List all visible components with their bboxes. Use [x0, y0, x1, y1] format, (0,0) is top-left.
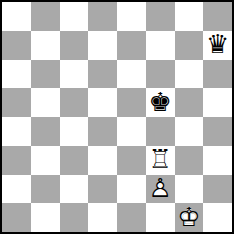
piece-white-king: ♚♔: [175, 203, 204, 232]
square-f4[interactable]: [146, 117, 175, 146]
piece-black-king: ♚: [146, 88, 175, 117]
square-f7[interactable]: [146, 31, 175, 60]
piece-white-rook: ♜♖: [146, 146, 175, 175]
square-e6[interactable]: [117, 60, 146, 89]
square-b4[interactable]: [31, 117, 60, 146]
square-d2[interactable]: [88, 175, 117, 204]
square-e1[interactable]: [117, 203, 146, 232]
square-c7[interactable]: [60, 31, 89, 60]
square-a8[interactable]: [2, 2, 31, 31]
square-h8[interactable]: [203, 2, 232, 31]
square-c1[interactable]: [60, 203, 89, 232]
square-h6[interactable]: [203, 60, 232, 89]
square-d8[interactable]: [88, 2, 117, 31]
square-c3[interactable]: [60, 146, 89, 175]
square-a5[interactable]: [2, 88, 31, 117]
square-d6[interactable]: [88, 60, 117, 89]
square-a1[interactable]: [2, 203, 31, 232]
square-f1[interactable]: [146, 203, 175, 232]
square-d3[interactable]: [88, 146, 117, 175]
square-c5[interactable]: [60, 88, 89, 117]
square-h1[interactable]: [203, 203, 232, 232]
square-h4[interactable]: [203, 117, 232, 146]
square-h7[interactable]: ♛: [203, 31, 232, 60]
square-b3[interactable]: [31, 146, 60, 175]
square-e3[interactable]: [117, 146, 146, 175]
piece-white-pawn: ♟♙: [146, 175, 175, 204]
square-g7[interactable]: [175, 31, 204, 60]
square-b2[interactable]: [31, 175, 60, 204]
square-f2[interactable]: ♟♙: [146, 175, 175, 204]
square-a4[interactable]: [2, 117, 31, 146]
square-b1[interactable]: [31, 203, 60, 232]
square-g5[interactable]: [175, 88, 204, 117]
square-d7[interactable]: [88, 31, 117, 60]
square-c4[interactable]: [60, 117, 89, 146]
square-g1[interactable]: ♚♔: [175, 203, 204, 232]
square-g3[interactable]: [175, 146, 204, 175]
square-f3[interactable]: ♜♖: [146, 146, 175, 175]
square-g2[interactable]: [175, 175, 204, 204]
square-f8[interactable]: [146, 2, 175, 31]
square-a3[interactable]: [2, 146, 31, 175]
square-e7[interactable]: [117, 31, 146, 60]
square-f6[interactable]: [146, 60, 175, 89]
square-g4[interactable]: [175, 117, 204, 146]
square-h2[interactable]: [203, 175, 232, 204]
square-g6[interactable]: [175, 60, 204, 89]
square-a6[interactable]: [2, 60, 31, 89]
square-e8[interactable]: [117, 2, 146, 31]
square-a7[interactable]: [2, 31, 31, 60]
chess-board: ♛♚♜♖♟♙♚♔: [0, 0, 234, 234]
square-h3[interactable]: [203, 146, 232, 175]
square-d4[interactable]: [88, 117, 117, 146]
square-b8[interactable]: [31, 2, 60, 31]
square-b6[interactable]: [31, 60, 60, 89]
square-e4[interactable]: [117, 117, 146, 146]
square-c8[interactable]: [60, 2, 89, 31]
piece-black-queen: ♛: [203, 31, 232, 60]
square-d5[interactable]: [88, 88, 117, 117]
square-c6[interactable]: [60, 60, 89, 89]
square-d1[interactable]: [88, 203, 117, 232]
square-a2[interactable]: [2, 175, 31, 204]
square-c2[interactable]: [60, 175, 89, 204]
square-f5[interactable]: ♚: [146, 88, 175, 117]
square-b7[interactable]: [31, 31, 60, 60]
square-e5[interactable]: [117, 88, 146, 117]
square-b5[interactable]: [31, 88, 60, 117]
square-h5[interactable]: [203, 88, 232, 117]
square-e2[interactable]: [117, 175, 146, 204]
square-g8[interactable]: [175, 2, 204, 31]
